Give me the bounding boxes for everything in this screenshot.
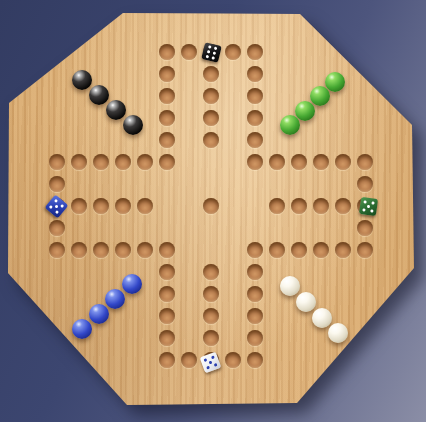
white-die[interactable] — [199, 351, 221, 373]
die-pip — [370, 209, 374, 213]
blue-die[interactable] — [44, 194, 68, 218]
board-hole[interactable] — [269, 198, 285, 214]
board-hole[interactable] — [159, 352, 175, 368]
board-hole[interactable] — [93, 242, 109, 258]
black-marble[interactable] — [106, 100, 126, 120]
board-hole[interactable] — [159, 44, 175, 60]
board-hole[interactable] — [159, 132, 175, 148]
board-hole[interactable] — [203, 88, 219, 104]
black-marble[interactable] — [123, 115, 143, 135]
white-marble[interactable] — [280, 276, 300, 296]
board-hole[interactable] — [335, 198, 351, 214]
board-hole[interactable] — [49, 154, 65, 170]
game-board — [0, 0, 426, 422]
die-pip — [54, 209, 59, 214]
board-hole[interactable] — [203, 66, 219, 82]
board-hole[interactable] — [203, 286, 219, 302]
die-pip — [213, 46, 217, 50]
die-pip — [59, 203, 64, 208]
die-pip — [48, 204, 53, 209]
die-pip — [208, 360, 212, 364]
board-hole[interactable] — [115, 154, 131, 170]
board-hole[interactable] — [335, 154, 351, 170]
die-pip — [212, 51, 216, 55]
board-hole[interactable] — [115, 242, 131, 258]
die-pip — [213, 362, 217, 366]
board-hole[interactable] — [203, 308, 219, 324]
die-pip — [366, 204, 370, 208]
board-hole[interactable] — [313, 154, 329, 170]
board-hole[interactable] — [269, 154, 285, 170]
board-hole[interactable] — [247, 44, 263, 60]
board-hole[interactable] — [357, 242, 373, 258]
board-hole[interactable] — [225, 352, 241, 368]
board-hole[interactable] — [291, 154, 307, 170]
die-pip — [203, 357, 207, 361]
board-hole[interactable] — [137, 154, 153, 170]
blue-marble[interactable] — [105, 289, 125, 309]
board-hole[interactable] — [225, 44, 241, 60]
board-hole[interactable] — [247, 308, 263, 324]
board-hole[interactable] — [159, 330, 175, 346]
die-pip — [210, 355, 214, 359]
board-hole[interactable] — [137, 198, 153, 214]
board-hole[interactable] — [203, 198, 219, 214]
board-hole[interactable] — [115, 198, 131, 214]
die-pip — [363, 199, 367, 203]
board-hole[interactable] — [159, 66, 175, 82]
board-hole[interactable] — [247, 352, 263, 368]
board-hole[interactable] — [247, 330, 263, 346]
black-marble[interactable] — [89, 85, 109, 105]
board-hole[interactable] — [291, 198, 307, 214]
green-marble[interactable] — [310, 86, 330, 106]
die-pip — [53, 198, 58, 203]
board-hole[interactable] — [247, 66, 263, 82]
board-hole[interactable] — [247, 88, 263, 104]
board-hole[interactable] — [247, 110, 263, 126]
board-hole[interactable] — [71, 198, 87, 214]
white-marble[interactable] — [296, 292, 316, 312]
board-hole[interactable] — [203, 330, 219, 346]
die-pip — [205, 365, 209, 369]
board-hole[interactable] — [137, 242, 153, 258]
blue-marble[interactable] — [122, 274, 142, 294]
board-hole[interactable] — [335, 242, 351, 258]
board-hole[interactable] — [93, 198, 109, 214]
board-hole[interactable] — [159, 286, 175, 302]
black-marble[interactable] — [72, 70, 92, 90]
board-hole[interactable] — [71, 242, 87, 258]
board-hole[interactable] — [159, 88, 175, 104]
die-pip — [361, 208, 365, 212]
board-hole[interactable] — [313, 198, 329, 214]
board-hole[interactable] — [203, 264, 219, 280]
board-hole[interactable] — [247, 132, 263, 148]
board-hole[interactable] — [159, 242, 175, 258]
board-hole[interactable] — [93, 154, 109, 170]
die-pip — [211, 55, 215, 59]
board-hole[interactable] — [159, 308, 175, 324]
board-hole[interactable] — [247, 154, 263, 170]
blue-marble[interactable] — [72, 319, 92, 339]
board-hole[interactable] — [49, 220, 65, 236]
blue-marble[interactable] — [89, 304, 109, 324]
board-hole[interactable] — [159, 110, 175, 126]
green-die[interactable] — [358, 196, 377, 215]
board-hole[interactable] — [291, 242, 307, 258]
board-hole[interactable] — [357, 176, 373, 192]
die-pip — [207, 45, 211, 49]
die-pip — [205, 54, 209, 58]
board-shadow — [0, 0, 426, 422]
board-hole[interactable] — [49, 176, 65, 192]
white-marble[interactable] — [328, 323, 348, 343]
board-hole[interactable] — [203, 110, 219, 126]
photo-background — [0, 0, 426, 422]
die-pip — [54, 204, 59, 209]
die-pip — [371, 201, 375, 205]
board-hole[interactable] — [159, 154, 175, 170]
white-marble[interactable] — [312, 308, 332, 328]
board-hole[interactable] — [181, 44, 197, 60]
board-hole[interactable] — [313, 242, 329, 258]
green-marble[interactable] — [280, 115, 300, 135]
black-die[interactable] — [201, 42, 222, 63]
board-hole[interactable] — [181, 352, 197, 368]
die-pip — [206, 49, 210, 53]
board-hole[interactable] — [247, 286, 263, 302]
board-hole[interactable] — [71, 154, 87, 170]
board-hole[interactable] — [203, 132, 219, 148]
board-hole[interactable] — [269, 242, 285, 258]
board-hole[interactable] — [357, 220, 373, 236]
board-hole[interactable] — [49, 242, 65, 258]
board-hole[interactable] — [247, 264, 263, 280]
board-hole[interactable] — [247, 242, 263, 258]
board-hole[interactable] — [159, 264, 175, 280]
board-hole[interactable] — [357, 154, 373, 170]
